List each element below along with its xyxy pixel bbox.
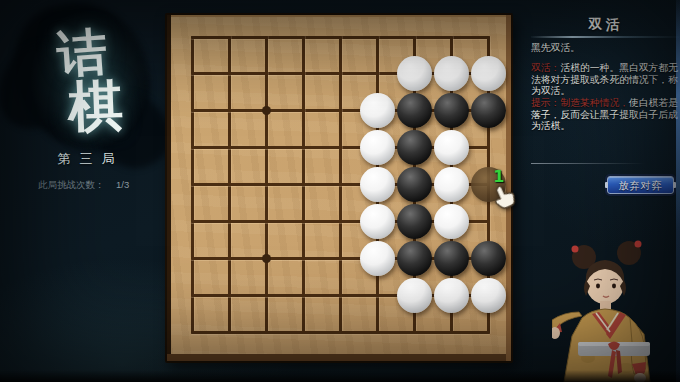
white-stone bbox=[434, 167, 469, 202]
white-stone bbox=[360, 130, 395, 165]
puzzle-goal-text: 黑先双活。 bbox=[531, 42, 680, 54]
definition-lead: 双活： bbox=[531, 62, 560, 73]
game-screen: 诘 棋 第三局 此局挑战次数： 1/3 1 双活 黑先双活。 双活：活棋的一种。… bbox=[0, 0, 680, 382]
black-stone bbox=[471, 241, 506, 276]
grid-line bbox=[191, 331, 490, 334]
logo-calligraphy-char: 棋 bbox=[67, 69, 125, 145]
go-board[interactable]: 1 bbox=[165, 13, 513, 363]
star-point bbox=[262, 254, 271, 263]
npc-girl-illustration bbox=[552, 236, 680, 382]
white-stone bbox=[434, 130, 469, 165]
black-stone bbox=[434, 241, 469, 276]
attempts-label: 此局挑战次数： bbox=[38, 179, 105, 192]
hint-lead: 提示：制造某种情况， bbox=[531, 97, 629, 108]
black-stone bbox=[397, 93, 432, 128]
white-stone bbox=[434, 56, 469, 91]
star-point bbox=[262, 106, 271, 115]
puzzle-title: 双活 bbox=[530, 16, 678, 34]
black-stone bbox=[434, 93, 469, 128]
black-stone bbox=[397, 204, 432, 239]
title-divider bbox=[531, 36, 679, 38]
white-stone bbox=[397, 56, 432, 91]
white-stone bbox=[397, 278, 432, 313]
attempts-value: 1/3 bbox=[116, 179, 129, 190]
white-stone bbox=[360, 241, 395, 276]
black-stone bbox=[471, 93, 506, 128]
white-stone bbox=[471, 278, 506, 313]
puzzle-definition-text: 双活：活棋的一种。黑白双方都无法将对方提取或杀死的情况下，称为双活。 bbox=[531, 62, 680, 97]
board-grid: 1 bbox=[167, 15, 511, 361]
white-stone bbox=[360, 167, 395, 202]
screen-edge-glow bbox=[676, 0, 680, 382]
white-stone bbox=[434, 204, 469, 239]
white-stone bbox=[360, 204, 395, 239]
panel-divider bbox=[531, 163, 645, 164]
puzzle-hint-text: 提示：制造某种情况，使白棋若是落子，反而会让黑子提取白子后成为活棋。 bbox=[531, 97, 680, 132]
white-stone bbox=[471, 56, 506, 91]
white-stone bbox=[434, 278, 469, 313]
black-stone bbox=[397, 130, 432, 165]
black-stone bbox=[397, 241, 432, 276]
round-label: 第三局 bbox=[34, 150, 138, 168]
black-stone bbox=[397, 167, 432, 202]
give-up-button[interactable]: 放弃对弈 bbox=[607, 176, 674, 194]
white-stone bbox=[360, 93, 395, 128]
